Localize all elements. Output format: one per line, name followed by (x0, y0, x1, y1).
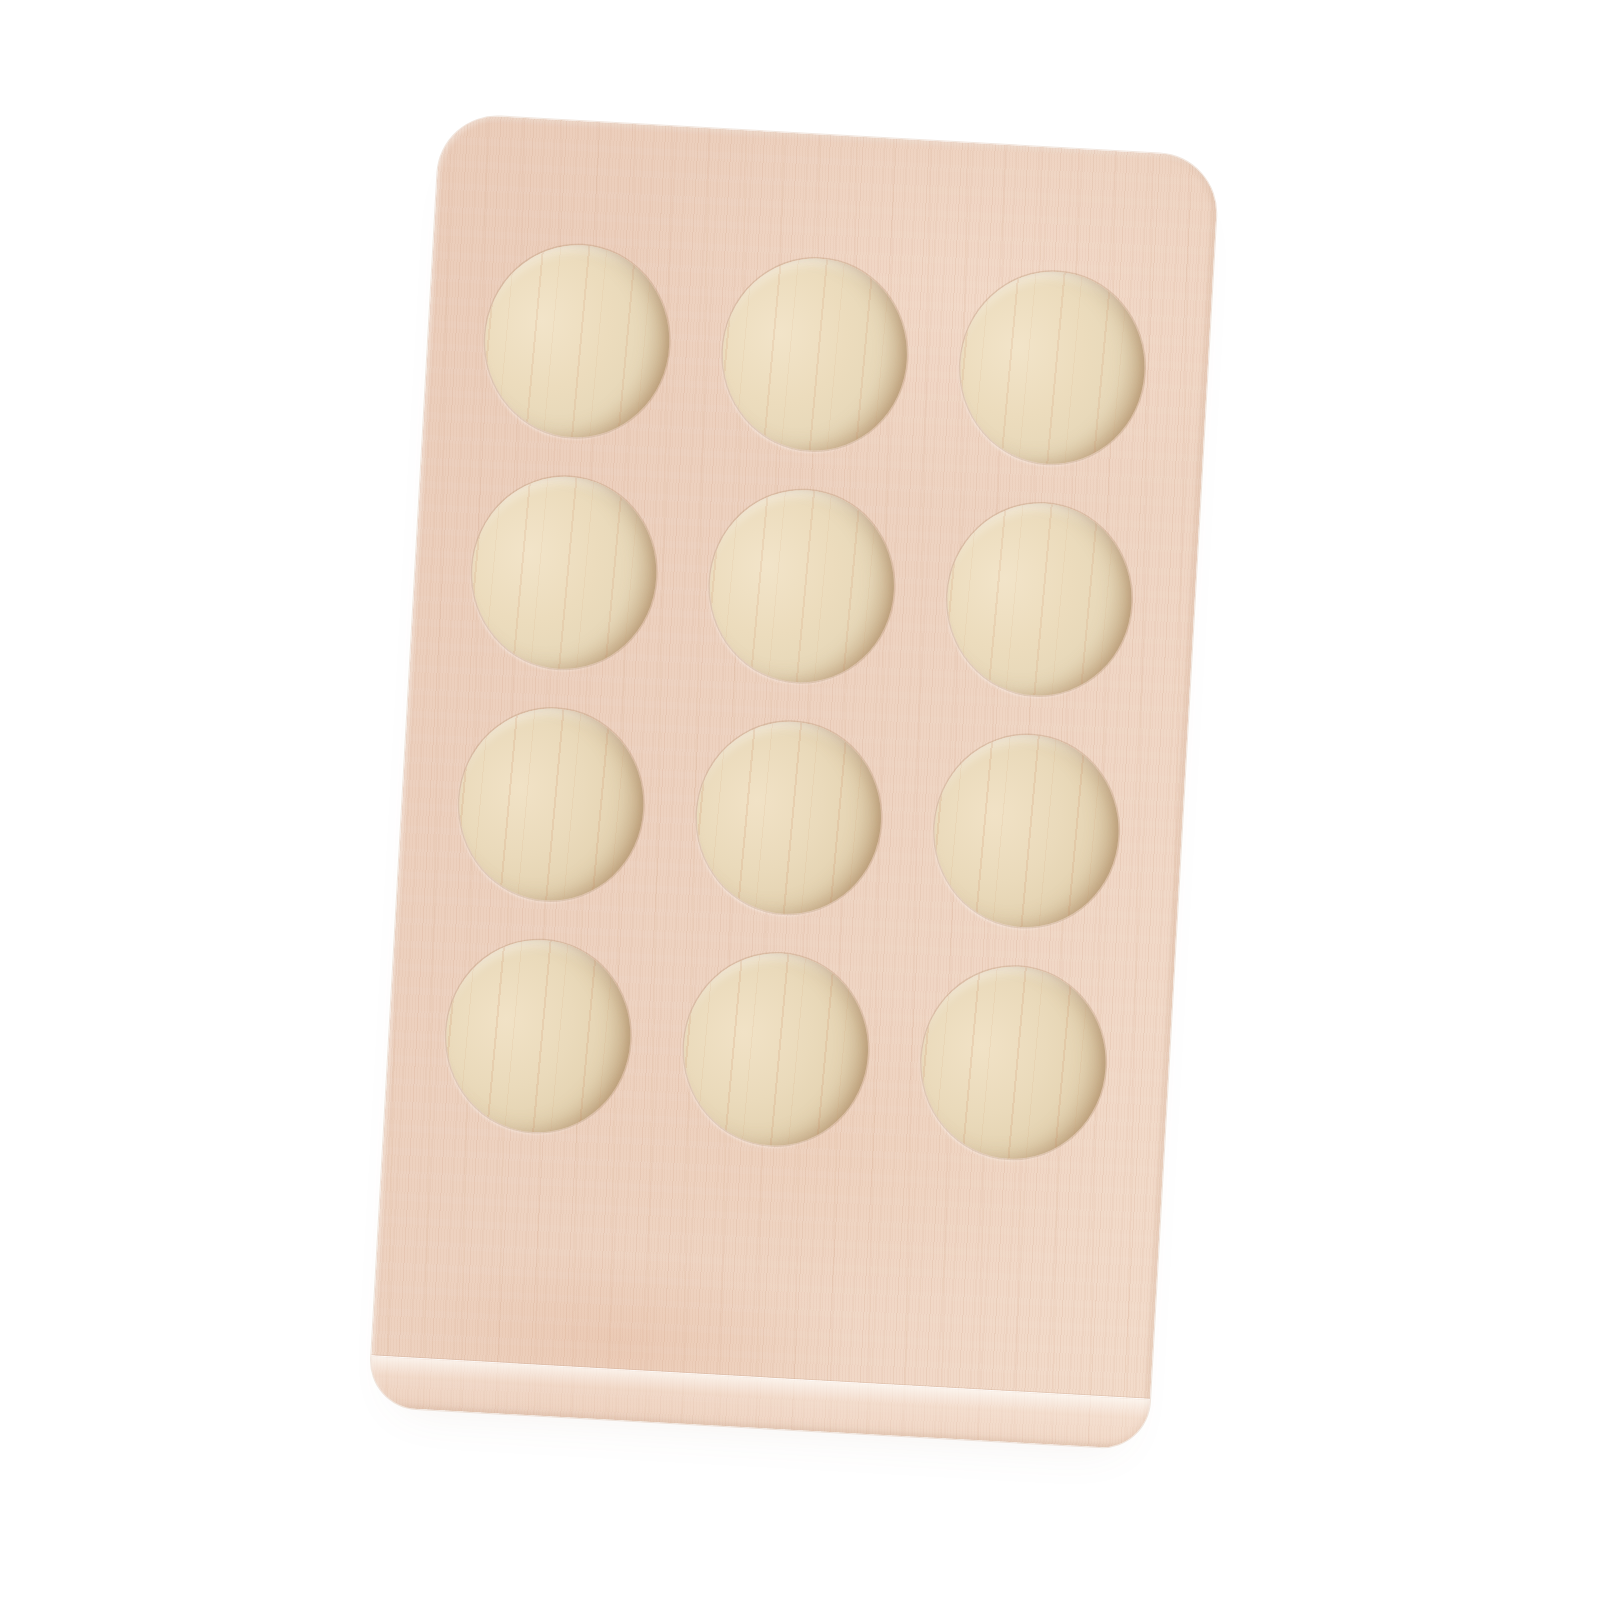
pit-r3c1[interactable] (454, 704, 648, 906)
pit-r2c2[interactable] (705, 485, 899, 687)
pit-grain (467, 472, 661, 674)
pit-r1c2[interactable] (718, 254, 912, 456)
pit-r1c3[interactable] (955, 267, 1149, 469)
pit-r2c1[interactable] (467, 472, 661, 674)
pit-r4c2[interactable] (679, 948, 873, 1150)
pit-grain (705, 485, 899, 687)
pit-r1c1[interactable] (480, 240, 674, 442)
pit-grain (916, 962, 1110, 1164)
pit-grain (441, 935, 635, 1137)
pit-grain (929, 730, 1123, 932)
pit-r2c3[interactable] (942, 498, 1136, 700)
pit-grain (692, 717, 886, 919)
wooden-pit-board (368, 113, 1219, 1450)
pit-grid (441, 240, 1150, 1163)
pit-grain (454, 704, 648, 906)
pit-r4c3[interactable] (916, 962, 1110, 1164)
pit-grain (942, 498, 1136, 700)
pit-r3c3[interactable] (929, 730, 1123, 932)
pit-grain (955, 267, 1149, 469)
pit-r3c2[interactable] (692, 717, 886, 919)
pit-grain (679, 948, 873, 1150)
pit-grain (480, 240, 674, 442)
board-front-edge (368, 1355, 1150, 1449)
photo-canvas (0, 0, 1600, 1600)
pit-grain (718, 254, 912, 456)
pit-r4c1[interactable] (441, 935, 635, 1137)
